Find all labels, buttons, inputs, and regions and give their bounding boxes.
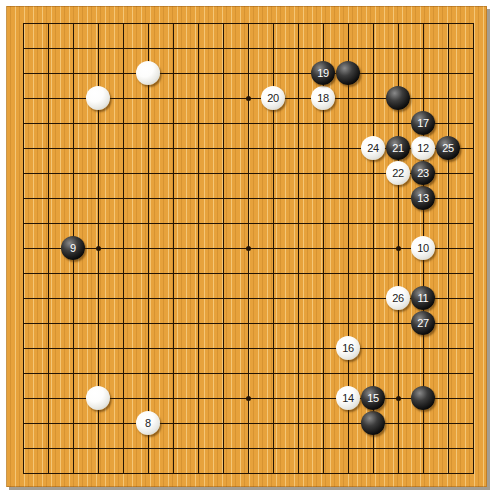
move-number-label: 21 bbox=[392, 143, 404, 154]
white-stone-move-16[interactable]: 16 bbox=[336, 336, 360, 360]
black-stone-move-9[interactable]: 9 bbox=[61, 236, 85, 260]
move-number-label: 17 bbox=[417, 118, 429, 129]
move-number-label: 26 bbox=[392, 293, 404, 304]
move-number-label: 24 bbox=[367, 143, 379, 154]
white-stone-move-24[interactable]: 24 bbox=[361, 136, 385, 160]
move-number-label: 10 bbox=[417, 243, 429, 254]
go-board[interactable]: 89101112131415161718192021222324252627 bbox=[6, 6, 487, 487]
star-point bbox=[246, 96, 251, 101]
black-stone[interactable] bbox=[386, 86, 410, 110]
move-number-label: 15 bbox=[367, 393, 379, 404]
star-point bbox=[246, 396, 251, 401]
move-number-label: 27 bbox=[417, 318, 429, 329]
black-stone-move-17[interactable]: 17 bbox=[411, 111, 435, 135]
black-stone-move-25[interactable]: 25 bbox=[436, 136, 460, 160]
white-stone-move-26[interactable]: 26 bbox=[386, 286, 410, 310]
move-number-label: 23 bbox=[417, 168, 429, 179]
white-stone[interactable] bbox=[136, 61, 160, 85]
white-stone[interactable] bbox=[86, 86, 110, 110]
black-stone-move-11[interactable]: 11 bbox=[411, 286, 435, 310]
white-stone-move-8[interactable]: 8 bbox=[136, 411, 160, 435]
move-number-label: 13 bbox=[417, 193, 429, 204]
star-point bbox=[96, 246, 101, 251]
move-number-label: 11 bbox=[418, 293, 429, 304]
white-stone-move-20[interactable]: 20 bbox=[261, 86, 285, 110]
move-number-label: 9 bbox=[70, 243, 76, 254]
black-stone-move-15[interactable]: 15 bbox=[361, 386, 385, 410]
black-stone-move-27[interactable]: 27 bbox=[411, 311, 435, 335]
move-number-label: 25 bbox=[442, 143, 454, 154]
white-stone-move-22[interactable]: 22 bbox=[386, 161, 410, 185]
black-stone[interactable] bbox=[336, 61, 360, 85]
star-point bbox=[246, 246, 251, 251]
black-stone-move-13[interactable]: 13 bbox=[411, 186, 435, 210]
white-stone-move-18[interactable]: 18 bbox=[311, 86, 335, 110]
move-number-label: 22 bbox=[392, 168, 404, 179]
move-number-label: 12 bbox=[417, 143, 429, 154]
star-point bbox=[396, 246, 401, 251]
star-point bbox=[396, 396, 401, 401]
black-stone-move-23[interactable]: 23 bbox=[411, 161, 435, 185]
black-stone[interactable] bbox=[411, 386, 435, 410]
move-number-label: 14 bbox=[342, 393, 354, 404]
move-number-label: 18 bbox=[317, 93, 329, 104]
black-stone-move-21[interactable]: 21 bbox=[386, 136, 410, 160]
move-number-label: 16 bbox=[342, 343, 354, 354]
black-stone[interactable] bbox=[361, 411, 385, 435]
move-number-label: 20 bbox=[267, 93, 279, 104]
white-stone-move-14[interactable]: 14 bbox=[336, 386, 360, 410]
board-intersections[interactable]: 89101112131415161718192021222324252627 bbox=[11, 11, 486, 486]
go-diagram-page: 89101112131415161718192021222324252627 bbox=[0, 0, 500, 500]
white-stone-move-12[interactable]: 12 bbox=[411, 136, 435, 160]
black-stone-move-19[interactable]: 19 bbox=[311, 61, 335, 85]
white-stone[interactable] bbox=[86, 386, 110, 410]
move-number-label: 19 bbox=[317, 68, 329, 79]
move-number-label: 8 bbox=[145, 418, 151, 429]
white-stone-move-10[interactable]: 10 bbox=[411, 236, 435, 260]
